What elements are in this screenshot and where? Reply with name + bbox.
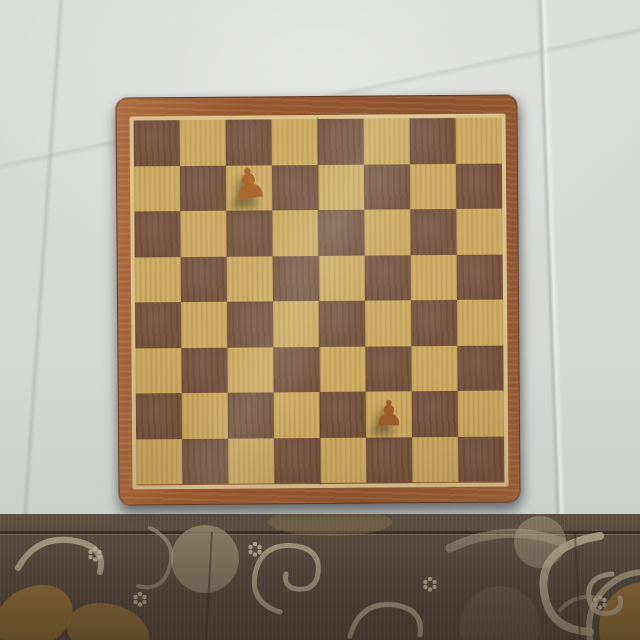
- square-e7: [318, 164, 364, 210]
- square-b8: [180, 120, 226, 166]
- square-f4: [365, 300, 411, 346]
- square-a5: [135, 257, 181, 303]
- square-d6: [272, 210, 318, 256]
- square-h6: [456, 209, 502, 255]
- square-a7: [134, 166, 180, 212]
- white-pawn-f2: ♟: [373, 396, 405, 431]
- square-b3: [181, 347, 227, 393]
- square-g6: [410, 209, 456, 255]
- upholstery-pattern: [0, 514, 640, 640]
- square-h3: [457, 345, 503, 391]
- square-g8: [410, 118, 456, 164]
- square-d8: [272, 119, 318, 165]
- square-b6: [180, 211, 226, 257]
- square-e1: [320, 437, 366, 483]
- square-a2: [136, 393, 182, 439]
- square-g3: [411, 345, 457, 391]
- square-c2: [228, 392, 274, 438]
- square-f3: [365, 346, 411, 392]
- square-e2: [320, 392, 366, 438]
- square-c1: [228, 438, 274, 484]
- square-g4: [411, 300, 457, 346]
- square-a3: [135, 348, 181, 394]
- white-pawn-c7: ♟: [228, 161, 271, 208]
- square-h7: [456, 163, 502, 209]
- square-d1: [274, 437, 320, 483]
- square-f8: [364, 118, 410, 164]
- square-f1: [366, 437, 412, 483]
- square-h1: [458, 436, 504, 482]
- square-b7: [180, 165, 226, 211]
- square-h4: [457, 300, 503, 346]
- square-a4: [135, 302, 181, 348]
- square-h5: [457, 254, 503, 300]
- square-a1: [136, 439, 182, 485]
- square-g1: [412, 436, 458, 482]
- square-d2: [274, 392, 320, 438]
- square-e8: [318, 119, 364, 165]
- square-a8: [134, 120, 180, 166]
- square-e6: [318, 210, 364, 256]
- square-c3: [227, 347, 273, 393]
- square-g5: [411, 254, 457, 300]
- photo-scene: ♟♟: [0, 0, 640, 640]
- square-b4: [181, 302, 227, 348]
- square-e4: [319, 301, 365, 347]
- square-b1: [182, 438, 228, 484]
- square-d5: [273, 255, 319, 301]
- square-f5: [365, 255, 411, 301]
- square-f7: [364, 164, 410, 210]
- square-g7: [410, 163, 456, 209]
- upholstery-fabric: [0, 514, 640, 640]
- square-d3: [273, 346, 319, 392]
- square-f6: [364, 209, 410, 255]
- square-h8: [456, 118, 502, 164]
- square-d7: [272, 164, 318, 210]
- square-h2: [458, 391, 504, 437]
- square-c4: [227, 301, 273, 347]
- square-d4: [273, 301, 319, 347]
- square-e5: [319, 255, 365, 301]
- chess-board: ♟♟: [115, 94, 520, 505]
- square-e3: [319, 346, 365, 392]
- square-g2: [412, 391, 458, 437]
- square-b2: [182, 393, 228, 439]
- square-b5: [181, 256, 227, 302]
- square-a6: [134, 211, 180, 257]
- square-c6: [226, 210, 272, 256]
- square-c5: [227, 256, 273, 302]
